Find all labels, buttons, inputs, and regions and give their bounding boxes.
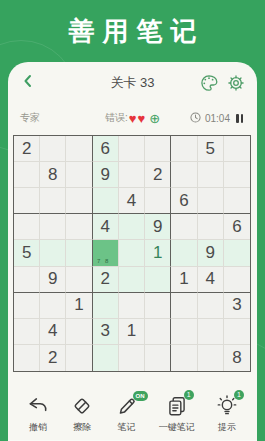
cell-r2c1[interactable]: [14, 162, 40, 188]
given-digit: 9: [153, 217, 162, 237]
cell-r2c2[interactable]: 8: [40, 162, 66, 188]
add-heart-button[interactable]: ⊕: [149, 112, 160, 125]
cell-r7c2[interactable]: [40, 293, 66, 319]
cell-r8c9[interactable]: [224, 319, 250, 345]
cell-r6c1[interactable]: [14, 267, 40, 293]
palette-icon[interactable]: [200, 74, 218, 92]
cell-r5c4[interactable]: 78: [93, 240, 119, 266]
tool-label: 笔记: [118, 421, 136, 434]
cell-r8c1[interactable]: [14, 319, 40, 345]
given-digit: 4: [48, 321, 57, 341]
given-digit: 9: [205, 243, 214, 263]
game-card: 关卡 33 专家 错误:: [8, 62, 257, 441]
cell-r6c2[interactable]: 9: [40, 267, 66, 293]
cell-r6c4[interactable]: 2: [93, 267, 119, 293]
cell-r9c1[interactable]: [14, 345, 40, 371]
cell-r6c7[interactable]: 1: [171, 267, 197, 293]
cell-r8c2[interactable]: 4: [40, 319, 66, 345]
cell-r7c8[interactable]: [198, 293, 224, 319]
cell-r8c3[interactable]: [66, 319, 92, 345]
cell-r1c5[interactable]: [119, 136, 145, 162]
given-digit: 2: [48, 348, 57, 368]
cell-r4c4[interactable]: 4: [93, 214, 119, 240]
nav-bar: 关卡 33: [8, 62, 257, 104]
one-key-notes-button[interactable]: 1 一键笔记: [159, 394, 195, 434]
cell-r3c4[interactable]: [93, 188, 119, 214]
cell-r2c3[interactable]: [66, 162, 92, 188]
cell-r6c8[interactable]: 4: [198, 267, 224, 293]
settings-gear-icon[interactable]: [227, 74, 245, 92]
given-digit: 9: [48, 269, 57, 289]
cell-r6c6[interactable]: [145, 267, 171, 293]
cell-r5c6[interactable]: 1: [145, 240, 171, 266]
status-bar: 专家 错误: ♥♥ ⊕ 01:04: [8, 104, 257, 132]
one-key-notes-icon: 1: [165, 394, 189, 418]
cell-r7c3[interactable]: 1: [66, 293, 92, 319]
hint-bulb-icon: 1: [215, 394, 239, 418]
notes-on-badge: ON: [133, 391, 148, 401]
cell-r8c5[interactable]: 1: [119, 319, 145, 345]
given-digit: 2: [153, 165, 162, 185]
cell-r9c4[interactable]: [93, 345, 119, 371]
given-digit: 6: [101, 139, 110, 159]
given-digit: 8: [48, 165, 57, 185]
pause-button[interactable]: [234, 112, 245, 125]
given-digit: 1: [179, 269, 188, 289]
cell-r2c9[interactable]: [224, 162, 250, 188]
cell-r1c3[interactable]: [66, 136, 92, 162]
cell-r3c8[interactable]: [198, 188, 224, 214]
cell-r5c1[interactable]: 5: [14, 240, 40, 266]
given-digit: 4: [127, 191, 136, 211]
one-key-notes-count-badge: 1: [184, 390, 194, 400]
pencil-note-8: 8: [103, 258, 111, 264]
cell-r5c9[interactable]: [224, 240, 250, 266]
cell-r4c6[interactable]: 9: [145, 214, 171, 240]
cell-r3c1[interactable]: [14, 188, 40, 214]
cell-r9c5[interactable]: [119, 345, 145, 371]
cell-r8c7[interactable]: [171, 319, 197, 345]
given-digit: 3: [232, 295, 241, 315]
given-digit: 1: [74, 295, 83, 315]
top-banner: 善用笔记: [0, 0, 265, 62]
cell-r3c2[interactable]: [40, 188, 66, 214]
given-digit: 3: [101, 321, 110, 341]
chevron-left-icon: [20, 73, 36, 93]
given-digit: 8: [232, 348, 241, 368]
erase-button[interactable]: 擦除: [70, 394, 94, 434]
given-digit: 5: [205, 139, 214, 159]
given-digit: 9: [101, 165, 110, 185]
cell-r4c2[interactable]: [40, 214, 66, 240]
eraser-icon: [70, 394, 94, 418]
cell-r3c5[interactable]: 4: [119, 188, 145, 214]
errors-label: 错误:: [105, 111, 128, 125]
cell-r9c6[interactable]: [145, 345, 171, 371]
tool-label: 撤销: [29, 421, 47, 434]
cell-r3c3[interactable]: [66, 188, 92, 214]
cell-r9c9[interactable]: 8: [224, 345, 250, 371]
cell-r1c2[interactable]: [40, 136, 66, 162]
cell-r9c2[interactable]: 2: [40, 345, 66, 371]
cell-r1c9[interactable]: [224, 136, 250, 162]
cell-r5c2[interactable]: [40, 240, 66, 266]
cell-r9c8[interactable]: [198, 345, 224, 371]
given-digit: 5: [22, 243, 31, 263]
back-button[interactable]: [20, 73, 36, 93]
hearts-remaining: ♥♥: [129, 112, 146, 125]
timer-value: 01:04: [205, 113, 230, 124]
undo-icon: [26, 394, 50, 418]
cell-r1c6[interactable]: [145, 136, 171, 162]
cell-r7c7[interactable]: [171, 293, 197, 319]
cell-r6c5[interactable]: [119, 267, 145, 293]
cell-r3c7[interactable]: 6: [171, 188, 197, 214]
cell-r1c4[interactable]: 6: [93, 136, 119, 162]
tool-label: 擦除: [73, 421, 91, 434]
cell-r2c5[interactable]: [119, 162, 145, 188]
cell-r8c8[interactable]: [198, 319, 224, 345]
cell-r9c7[interactable]: [171, 345, 197, 371]
tool-label: 提示: [218, 421, 236, 434]
pencil-note-7: 7: [95, 258, 103, 264]
cell-r5c8[interactable]: 9: [198, 240, 224, 266]
given-digit: 6: [179, 191, 188, 211]
cell-r7c1[interactable]: [14, 293, 40, 319]
hint-button[interactable]: 1 提示: [215, 394, 239, 434]
given-digit: 4: [101, 217, 110, 237]
cell-r1c7[interactable]: [171, 136, 197, 162]
pencil-icon: ON: [115, 394, 139, 418]
notes-toggle-button[interactable]: ON 笔记: [115, 394, 139, 434]
undo-button[interactable]: 撤销: [26, 394, 50, 434]
cell-r4c5[interactable]: [119, 214, 145, 240]
cell-r7c6[interactable]: [145, 293, 171, 319]
given-digit: 1: [127, 321, 136, 341]
cell-r2c7[interactable]: [171, 162, 197, 188]
cell-r2c8[interactable]: [198, 162, 224, 188]
cell-r3c9[interactable]: [224, 188, 250, 214]
cell-r3c6[interactable]: [145, 188, 171, 214]
cell-r4c9[interactable]: 6: [224, 214, 250, 240]
cell-r2c4[interactable]: 9: [93, 162, 119, 188]
sudoku-board: 265892464965781992141343128: [13, 135, 251, 372]
cell-r6c9[interactable]: [224, 267, 250, 293]
given-digit: 4: [205, 269, 214, 289]
hint-count-badge: 1: [234, 390, 244, 400]
cell-r1c1[interactable]: 2: [14, 136, 40, 162]
cell-r8c6[interactable]: [145, 319, 171, 345]
given-digit: 6: [232, 217, 241, 237]
given-digit: 2: [101, 269, 110, 289]
cell-r8c4[interactable]: 3: [93, 319, 119, 345]
given-digit: 2: [22, 139, 31, 159]
cell-r7c9[interactable]: 3: [224, 293, 250, 319]
cell-r9c3[interactable]: [66, 345, 92, 371]
toolbar: 撤销 擦除 ON 笔记: [8, 380, 257, 434]
cell-r5c5[interactable]: [119, 240, 145, 266]
cell-r4c3[interactable]: [66, 214, 92, 240]
cell-r7c4[interactable]: [93, 293, 119, 319]
cell-r4c8[interactable]: [198, 214, 224, 240]
cell-r6c3[interactable]: [66, 267, 92, 293]
cell-r5c7[interactable]: [171, 240, 197, 266]
cell-r1c8[interactable]: 5: [198, 136, 224, 162]
tool-label: 一键笔记: [159, 421, 195, 434]
cell-r7c5[interactable]: [119, 293, 145, 319]
clock-icon: [190, 112, 201, 125]
cell-r5c3[interactable]: [66, 240, 92, 266]
cell-r4c1[interactable]: [14, 214, 40, 240]
page-title: 善用笔记: [61, 14, 205, 49]
cell-r4c7[interactable]: [171, 214, 197, 240]
user-entry: 1: [153, 243, 162, 263]
cell-r2c6[interactable]: 2: [145, 162, 171, 188]
